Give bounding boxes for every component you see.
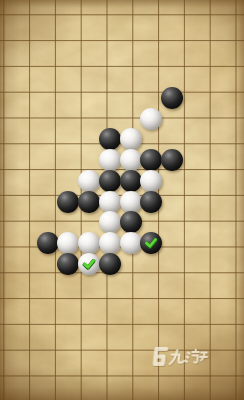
- stone-white: [57, 232, 79, 254]
- stone-white: [140, 108, 162, 130]
- stone-white: [120, 191, 142, 213]
- stone-white: [99, 149, 121, 171]
- stone-black: [140, 149, 162, 171]
- stone-white: [99, 211, 121, 233]
- watermark: 九游: [149, 345, 209, 369]
- stone-white: [78, 253, 100, 275]
- stone-black: [140, 232, 162, 254]
- stones-layer: [0, 0, 244, 400]
- stone-white: [99, 191, 121, 213]
- stone-black: [140, 191, 162, 213]
- stone-white: [120, 232, 142, 254]
- stone-black: [120, 170, 142, 192]
- stone-black: [99, 128, 121, 150]
- stone-black: [161, 87, 183, 109]
- stone-black: [57, 191, 79, 213]
- stone-white: [99, 232, 121, 254]
- stone-black: [120, 211, 142, 233]
- stone-black: [161, 149, 183, 171]
- stone-white: [120, 128, 142, 150]
- stone-black: [57, 253, 79, 275]
- stone-black: [99, 253, 121, 275]
- stone-white: [140, 170, 162, 192]
- stone-black: [99, 170, 121, 192]
- stone-white: [78, 232, 100, 254]
- stone-white: [78, 170, 100, 192]
- last-move-check-icon: [143, 235, 159, 251]
- gomoku-board-screen: 九游: [0, 0, 244, 400]
- stone-black: [78, 191, 100, 213]
- stone-white: [120, 149, 142, 171]
- watermark-logo-icon: [148, 345, 211, 369]
- last-move-check-icon: [81, 256, 97, 272]
- stone-black: [37, 232, 59, 254]
